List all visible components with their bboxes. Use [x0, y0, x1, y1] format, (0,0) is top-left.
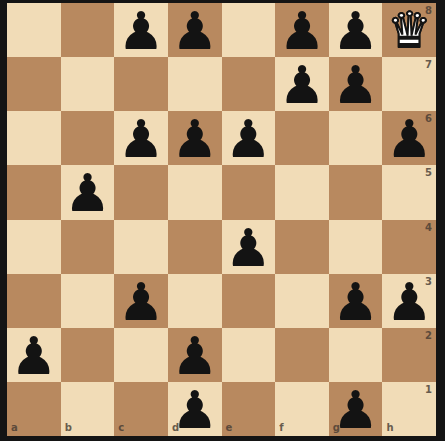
square-h2[interactable]: 2: [382, 328, 436, 382]
black-pawn[interactable]: ♟: [279, 58, 326, 111]
file-label-g: g: [333, 423, 340, 433]
square-f4[interactable]: [275, 220, 329, 274]
square-e4[interactable]: ♟: [222, 220, 276, 274]
square-g4[interactable]: [329, 220, 383, 274]
square-d1[interactable]: ♟d: [168, 382, 222, 436]
square-g1[interactable]: ♟g: [329, 382, 383, 436]
file-label-b: b: [65, 423, 72, 433]
square-c4[interactable]: [114, 220, 168, 274]
black-pawn[interactable]: ♟: [118, 4, 165, 57]
black-pawn[interactable]: ♟: [64, 166, 111, 219]
square-h7[interactable]: 7: [382, 57, 436, 111]
square-e8[interactable]: [222, 3, 276, 57]
black-pawn[interactable]: ♟: [171, 329, 218, 382]
square-h4[interactable]: 4: [382, 220, 436, 274]
square-h3[interactable]: ♟3: [382, 274, 436, 328]
square-b8[interactable]: [61, 3, 115, 57]
square-f8[interactable]: ♟: [275, 3, 329, 57]
square-h6[interactable]: ♟6: [382, 111, 436, 165]
black-pawn[interactable]: ♟: [225, 112, 272, 165]
square-a4[interactable]: [7, 220, 61, 274]
square-a2[interactable]: ♟: [7, 328, 61, 382]
rank-label-3: 3: [425, 277, 432, 287]
square-g6[interactable]: [329, 111, 383, 165]
square-b5[interactable]: ♟: [61, 165, 115, 219]
black-pawn[interactable]: ♟: [332, 275, 379, 328]
rank-label-7: 7: [425, 60, 432, 70]
square-g3[interactable]: ♟: [329, 274, 383, 328]
rank-label-8: 8: [425, 6, 432, 16]
square-f3[interactable]: [275, 274, 329, 328]
file-label-c: c: [118, 423, 124, 433]
rank-label-2: 2: [425, 331, 432, 341]
square-f7[interactable]: ♟: [275, 57, 329, 111]
square-e7[interactable]: [222, 57, 276, 111]
file-label-f: f: [279, 423, 283, 433]
square-f6[interactable]: [275, 111, 329, 165]
square-g8[interactable]: ♟: [329, 3, 383, 57]
square-a7[interactable]: [7, 57, 61, 111]
square-d2[interactable]: ♟: [168, 328, 222, 382]
square-f5[interactable]: [275, 165, 329, 219]
square-g5[interactable]: [329, 165, 383, 219]
black-pawn[interactable]: ♟: [171, 4, 218, 57]
square-h5[interactable]: 5: [382, 165, 436, 219]
square-a1[interactable]: a: [7, 382, 61, 436]
rank-label-1: 1: [425, 385, 432, 395]
square-g7[interactable]: ♟: [329, 57, 383, 111]
black-pawn[interactable]: ♟: [225, 221, 272, 274]
square-e3[interactable]: [222, 274, 276, 328]
square-e2[interactable]: [222, 328, 276, 382]
square-c5[interactable]: [114, 165, 168, 219]
file-label-e: e: [226, 423, 233, 433]
square-d7[interactable]: [168, 57, 222, 111]
square-h1[interactable]: 1h: [382, 382, 436, 436]
square-c2[interactable]: [114, 328, 168, 382]
square-d8[interactable]: ♟: [168, 3, 222, 57]
square-b6[interactable]: [61, 111, 115, 165]
square-b2[interactable]: [61, 328, 115, 382]
square-g2[interactable]: [329, 328, 383, 382]
square-a6[interactable]: [7, 111, 61, 165]
black-pawn[interactable]: ♟: [171, 112, 218, 165]
black-pawn[interactable]: ♟: [279, 4, 326, 57]
square-e5[interactable]: [222, 165, 276, 219]
square-a8[interactable]: [7, 3, 61, 57]
square-c7[interactable]: [114, 57, 168, 111]
square-b1[interactable]: b: [61, 382, 115, 436]
file-label-h: h: [386, 423, 393, 433]
square-e1[interactable]: e: [222, 382, 276, 436]
black-pawn[interactable]: ♟: [118, 112, 165, 165]
square-a3[interactable]: [7, 274, 61, 328]
black-pawn[interactable]: ♟: [332, 4, 379, 57]
board-frame: ♟♟♟♟♛8♟♟7♟♟♟♟6♟5♟4♟♟♟3♟♟2abc♟def♟g1h: [0, 0, 445, 441]
square-c1[interactable]: c: [114, 382, 168, 436]
square-b4[interactable]: [61, 220, 115, 274]
square-d6[interactable]: ♟: [168, 111, 222, 165]
square-e6[interactable]: ♟: [222, 111, 276, 165]
square-b7[interactable]: [61, 57, 115, 111]
square-b3[interactable]: [61, 274, 115, 328]
square-c3[interactable]: ♟: [114, 274, 168, 328]
square-c8[interactable]: ♟: [114, 3, 168, 57]
rank-label-6: 6: [425, 114, 432, 124]
rank-label-5: 5: [425, 168, 432, 178]
rank-label-4: 4: [425, 223, 432, 233]
square-h8[interactable]: ♛8: [382, 3, 436, 57]
black-pawn[interactable]: ♟: [332, 58, 379, 111]
file-label-a: a: [11, 423, 18, 433]
black-pawn[interactable]: ♟: [11, 329, 58, 382]
black-pawn[interactable]: ♟: [118, 275, 165, 328]
square-f1[interactable]: f: [275, 382, 329, 436]
file-label-d: d: [172, 423, 179, 433]
square-f2[interactable]: [275, 328, 329, 382]
chess-board: ♟♟♟♟♛8♟♟7♟♟♟♟6♟5♟4♟♟♟3♟♟2abc♟def♟g1h: [7, 3, 436, 436]
square-a5[interactable]: [7, 165, 61, 219]
square-c6[interactable]: ♟: [114, 111, 168, 165]
square-d3[interactable]: [168, 274, 222, 328]
square-d5[interactable]: [168, 165, 222, 219]
square-d4[interactable]: [168, 220, 222, 274]
